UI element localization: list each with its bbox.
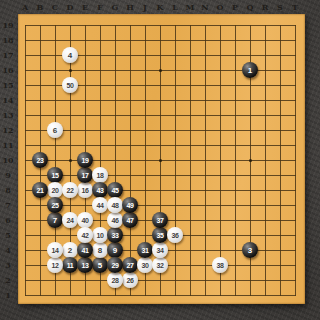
column-label-G: G [108, 2, 122, 13]
star-point [69, 159, 72, 162]
stone-black-43[interactable]: 43 [92, 182, 108, 198]
grid-line-horizontal [25, 205, 296, 206]
stone-white-44[interactable]: 44 [92, 197, 108, 213]
grid-line-horizontal [25, 280, 296, 281]
stone-white-2[interactable]: 2 [62, 242, 78, 258]
stone-black-7[interactable]: 7 [47, 212, 63, 228]
stone-black-45[interactable]: 45 [107, 182, 123, 198]
column-label-E: E [78, 2, 92, 13]
go-board[interactable]: 1234567891011121314151617181920212223242… [18, 14, 305, 304]
stone-white-26[interactable]: 26 [122, 272, 138, 288]
stone-white-4[interactable]: 4 [62, 47, 78, 63]
column-label-H: H [123, 2, 137, 13]
column-label-K: K [153, 2, 167, 13]
row-label-10: 10 [0, 155, 16, 165]
stone-white-22[interactable]: 22 [62, 182, 78, 198]
column-label-R: R [258, 2, 272, 13]
row-label-11: 11 [0, 140, 16, 150]
row-label-6: 6 [0, 215, 16, 225]
row-label-8: 8 [0, 185, 16, 195]
stone-white-12[interactable]: 12 [47, 257, 63, 273]
stone-white-14[interactable]: 14 [47, 242, 63, 258]
stone-black-27[interactable]: 27 [122, 257, 138, 273]
stone-black-15[interactable]: 15 [47, 167, 63, 183]
row-label-5: 5 [0, 230, 16, 240]
stone-white-38[interactable]: 38 [212, 257, 228, 273]
go-board-frame: ABCDEFGHJKLMNOPQRST 19181716151413121110… [0, 0, 320, 320]
grid-line-vertical [280, 25, 281, 296]
stone-white-34[interactable]: 34 [152, 242, 168, 258]
grid-line-horizontal [25, 175, 296, 176]
grid-line-vertical [220, 25, 221, 296]
row-label-19: 19 [0, 20, 16, 30]
stone-white-50[interactable]: 50 [62, 77, 78, 93]
stone-black-1[interactable]: 1 [242, 62, 258, 78]
stone-white-16[interactable]: 16 [77, 182, 93, 198]
stone-white-48[interactable]: 48 [107, 197, 123, 213]
row-label-3: 3 [0, 260, 16, 270]
stone-white-36[interactable]: 36 [167, 227, 183, 243]
column-label-P: P [228, 2, 242, 13]
stone-white-42[interactable]: 42 [77, 227, 93, 243]
column-label-T: T [288, 2, 302, 13]
stone-black-13[interactable]: 13 [77, 257, 93, 273]
row-label-9: 9 [0, 170, 16, 180]
stone-white-24[interactable]: 24 [62, 212, 78, 228]
row-label-16: 16 [0, 65, 16, 75]
stone-white-6[interactable]: 6 [47, 122, 63, 138]
column-label-O: O [213, 2, 227, 13]
stone-white-18[interactable]: 18 [92, 167, 108, 183]
column-label-M: M [183, 2, 197, 13]
stone-black-3[interactable]: 3 [242, 242, 258, 258]
star-point [69, 69, 72, 72]
star-point [159, 69, 162, 72]
stone-black-11[interactable]: 11 [62, 257, 78, 273]
column-label-S: S [273, 2, 287, 13]
stone-black-5[interactable]: 5 [92, 257, 108, 273]
grid-line-vertical [190, 25, 191, 296]
stone-black-47[interactable]: 47 [122, 212, 138, 228]
row-label-4: 4 [0, 245, 16, 255]
stone-black-49[interactable]: 49 [122, 197, 138, 213]
stone-white-40[interactable]: 40 [77, 212, 93, 228]
row-label-12: 12 [0, 125, 16, 135]
column-label-J: J [138, 2, 152, 13]
stone-white-30[interactable]: 30 [137, 257, 153, 273]
column-label-N: N [198, 2, 212, 13]
column-label-Q: Q [243, 2, 257, 13]
row-label-17: 17 [0, 50, 16, 60]
stone-white-28[interactable]: 28 [107, 272, 123, 288]
stone-white-46[interactable]: 46 [107, 212, 123, 228]
stone-black-41[interactable]: 41 [77, 242, 93, 258]
grid-line-vertical [175, 25, 176, 296]
star-point [159, 159, 162, 162]
column-label-A: A [18, 2, 32, 13]
stone-white-10[interactable]: 10 [92, 227, 108, 243]
stone-black-21[interactable]: 21 [32, 182, 48, 198]
stone-black-25[interactable]: 25 [47, 197, 63, 213]
row-label-2: 2 [0, 275, 16, 285]
row-label-7: 7 [0, 200, 16, 210]
stone-white-32[interactable]: 32 [152, 257, 168, 273]
row-label-1: 1 [0, 290, 16, 300]
stone-black-31[interactable]: 31 [137, 242, 153, 258]
row-label-18: 18 [0, 35, 16, 45]
stone-white-20[interactable]: 20 [47, 182, 63, 198]
star-point [249, 159, 252, 162]
stone-black-23[interactable]: 23 [32, 152, 48, 168]
grid-line-vertical [265, 25, 266, 296]
column-label-D: D [63, 2, 77, 13]
grid-line-vertical [235, 25, 236, 296]
column-label-B: B [33, 2, 47, 13]
row-label-13: 13 [0, 110, 16, 120]
stone-black-17[interactable]: 17 [77, 167, 93, 183]
column-label-F: F [93, 2, 107, 13]
stone-black-33[interactable]: 33 [107, 227, 123, 243]
grid-line-vertical [295, 25, 296, 296]
row-label-14: 14 [0, 95, 16, 105]
stone-black-37[interactable]: 37 [152, 212, 168, 228]
column-label-L: L [168, 2, 182, 13]
column-label-C: C [48, 2, 62, 13]
row-label-15: 15 [0, 80, 16, 90]
stone-black-19[interactable]: 19 [77, 152, 93, 168]
grid-line-horizontal [25, 295, 296, 296]
stone-black-9[interactable]: 9 [107, 242, 123, 258]
stone-black-35[interactable]: 35 [152, 227, 168, 243]
stone-white-8[interactable]: 8 [92, 242, 108, 258]
grid-line-vertical [205, 25, 206, 296]
stone-black-29[interactable]: 29 [107, 257, 123, 273]
